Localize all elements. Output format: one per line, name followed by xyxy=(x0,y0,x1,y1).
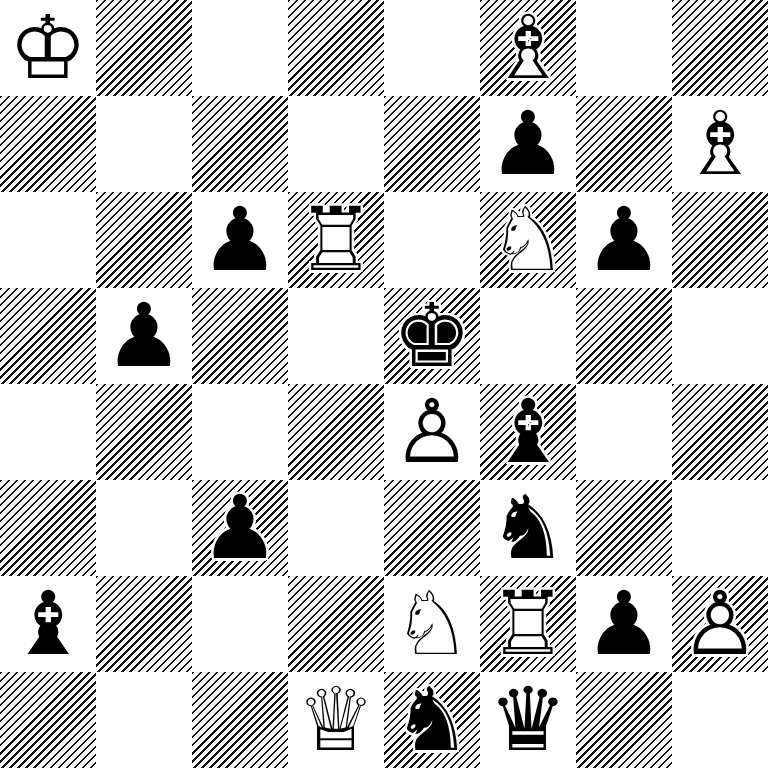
square-b7[interactable] xyxy=(96,96,192,192)
white-king[interactable]: ♚♔ xyxy=(0,0,96,96)
white-rook-glyph: ♖ xyxy=(297,192,376,288)
square-d1[interactable]: ♛♕ xyxy=(288,672,384,768)
square-f2[interactable]: ♜♖ xyxy=(480,576,576,672)
square-c4[interactable] xyxy=(192,384,288,480)
square-h1[interactable] xyxy=(672,672,768,768)
square-b6[interactable] xyxy=(96,192,192,288)
square-h8[interactable] xyxy=(672,0,768,96)
square-e6[interactable] xyxy=(384,192,480,288)
square-d5[interactable] xyxy=(288,288,384,384)
square-b5[interactable]: ♟♟ xyxy=(96,288,192,384)
black-pawn-glyph: ♟ xyxy=(585,576,664,672)
square-g7[interactable] xyxy=(576,96,672,192)
square-a2[interactable]: ♝♝ xyxy=(0,576,96,672)
square-b2[interactable] xyxy=(96,576,192,672)
square-h5[interactable] xyxy=(672,288,768,384)
black-pawn[interactable]: ♟♟ xyxy=(96,288,192,384)
square-c6[interactable]: ♟♟ xyxy=(192,192,288,288)
square-e1[interactable]: ♞♞ xyxy=(384,672,480,768)
square-c1[interactable] xyxy=(192,672,288,768)
square-e3[interactable] xyxy=(384,480,480,576)
white-bishop[interactable]: ♝♗ xyxy=(480,0,576,96)
square-f8[interactable]: ♝♗ xyxy=(480,0,576,96)
white-knight[interactable]: ♞♘ xyxy=(384,576,480,672)
white-queen-glyph: ♕ xyxy=(297,672,376,768)
black-knight[interactable]: ♞♞ xyxy=(480,480,576,576)
black-king[interactable]: ♚♚ xyxy=(384,288,480,384)
black-pawn[interactable]: ♟♟ xyxy=(192,192,288,288)
square-c2[interactable] xyxy=(192,576,288,672)
square-d7[interactable] xyxy=(288,96,384,192)
square-g2[interactable]: ♟♟ xyxy=(576,576,672,672)
square-d6[interactable]: ♜♖ xyxy=(288,192,384,288)
square-g3[interactable] xyxy=(576,480,672,576)
white-bishop-glyph: ♗ xyxy=(489,0,568,96)
square-h6[interactable] xyxy=(672,192,768,288)
square-g6[interactable]: ♟♟ xyxy=(576,192,672,288)
square-d3[interactable] xyxy=(288,480,384,576)
square-g8[interactable] xyxy=(576,0,672,96)
black-pawn-glyph: ♟ xyxy=(105,288,184,384)
square-e4[interactable]: ♟♙ xyxy=(384,384,480,480)
black-bishop[interactable]: ♝♝ xyxy=(0,576,96,672)
square-f7[interactable]: ♟♟ xyxy=(480,96,576,192)
black-king-glyph: ♚ xyxy=(393,288,472,384)
square-b8[interactable] xyxy=(96,0,192,96)
square-b3[interactable] xyxy=(96,480,192,576)
square-a7[interactable] xyxy=(0,96,96,192)
white-king-glyph: ♔ xyxy=(9,0,88,96)
black-pawn[interactable]: ♟♟ xyxy=(576,192,672,288)
black-pawn-glyph: ♟ xyxy=(201,192,280,288)
black-bishop-glyph: ♝ xyxy=(9,576,88,672)
white-knight-glyph: ♘ xyxy=(489,192,568,288)
square-f1[interactable]: ♛♛ xyxy=(480,672,576,768)
black-queen-glyph: ♛ xyxy=(489,672,568,768)
black-pawn[interactable]: ♟♟ xyxy=(576,576,672,672)
square-c5[interactable] xyxy=(192,288,288,384)
chess-board: ♚♔♝♗♟♟♝♗♟♟♜♖♞♘♟♟♟♟♚♚♟♙♝♝♟♟♞♞♝♝♞♘♜♖♟♟♟♙♛♕… xyxy=(0,0,768,768)
white-pawn[interactable]: ♟♙ xyxy=(384,384,480,480)
square-e2[interactable]: ♞♘ xyxy=(384,576,480,672)
square-b4[interactable] xyxy=(96,384,192,480)
black-knight[interactable]: ♞♞ xyxy=(384,672,480,768)
white-bishop[interactable]: ♝♗ xyxy=(672,96,768,192)
black-pawn-glyph: ♟ xyxy=(585,192,664,288)
square-a8[interactable]: ♚♔ xyxy=(0,0,96,96)
square-a1[interactable] xyxy=(0,672,96,768)
black-pawn[interactable]: ♟♟ xyxy=(480,96,576,192)
black-bishop-glyph: ♝ xyxy=(489,384,568,480)
black-queen[interactable]: ♛♛ xyxy=(480,672,576,768)
square-e7[interactable] xyxy=(384,96,480,192)
white-pawn[interactable]: ♟♙ xyxy=(672,576,768,672)
white-pawn-glyph: ♙ xyxy=(393,384,472,480)
square-h3[interactable] xyxy=(672,480,768,576)
square-b1[interactable] xyxy=(96,672,192,768)
square-d8[interactable] xyxy=(288,0,384,96)
black-pawn-glyph: ♟ xyxy=(201,480,280,576)
square-d2[interactable] xyxy=(288,576,384,672)
white-bishop-glyph: ♗ xyxy=(681,96,760,192)
square-c7[interactable] xyxy=(192,96,288,192)
square-g4[interactable] xyxy=(576,384,672,480)
black-knight-glyph: ♞ xyxy=(489,480,568,576)
square-h4[interactable] xyxy=(672,384,768,480)
black-knight-glyph: ♞ xyxy=(393,672,472,768)
white-knight[interactable]: ♞♘ xyxy=(480,192,576,288)
square-a6[interactable] xyxy=(0,192,96,288)
square-c8[interactable] xyxy=(192,0,288,96)
square-a4[interactable] xyxy=(0,384,96,480)
square-c3[interactable]: ♟♟ xyxy=(192,480,288,576)
white-knight-glyph: ♘ xyxy=(393,576,472,672)
square-g5[interactable] xyxy=(576,288,672,384)
square-h7[interactable]: ♝♗ xyxy=(672,96,768,192)
white-queen[interactable]: ♛♕ xyxy=(288,672,384,768)
square-f6[interactable]: ♞♘ xyxy=(480,192,576,288)
square-e5[interactable]: ♚♚ xyxy=(384,288,480,384)
white-rook[interactable]: ♜♖ xyxy=(288,192,384,288)
white-rook[interactable]: ♜♖ xyxy=(480,576,576,672)
square-d4[interactable] xyxy=(288,384,384,480)
white-pawn-glyph: ♙ xyxy=(681,576,760,672)
square-f3[interactable]: ♞♞ xyxy=(480,480,576,576)
square-e8[interactable] xyxy=(384,0,480,96)
square-h2[interactable]: ♟♙ xyxy=(672,576,768,672)
black-pawn-glyph: ♟ xyxy=(489,96,568,192)
square-a3[interactable] xyxy=(0,480,96,576)
square-a5[interactable] xyxy=(0,288,96,384)
square-f4[interactable]: ♝♝ xyxy=(480,384,576,480)
black-bishop[interactable]: ♝♝ xyxy=(480,384,576,480)
square-f5[interactable] xyxy=(480,288,576,384)
black-pawn[interactable]: ♟♟ xyxy=(192,480,288,576)
white-rook-glyph: ♖ xyxy=(489,576,568,672)
square-g1[interactable] xyxy=(576,672,672,768)
